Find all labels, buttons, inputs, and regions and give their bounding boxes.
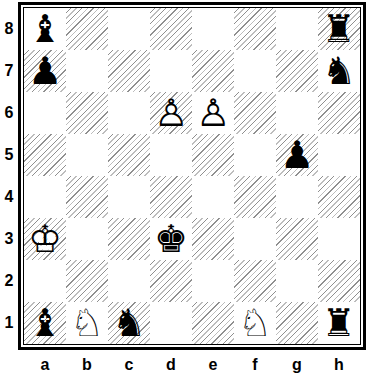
- rank-label-3: 3: [0, 218, 18, 260]
- square-g4[interactable]: [276, 176, 318, 218]
- square-d8[interactable]: [150, 8, 192, 50]
- square-d7[interactable]: [150, 50, 192, 92]
- square-c5[interactable]: [108, 134, 150, 176]
- file-label-d: d: [150, 356, 192, 374]
- square-e5[interactable]: [192, 134, 234, 176]
- square-h7[interactable]: ♞: [318, 50, 360, 92]
- piece-glyph: ♔: [24, 218, 66, 260]
- square-a4[interactable]: [24, 176, 66, 218]
- square-g6[interactable]: [276, 92, 318, 134]
- square-f8[interactable]: [234, 8, 276, 50]
- square-a2[interactable]: [24, 260, 66, 302]
- square-h8[interactable]: ♜: [318, 8, 360, 50]
- rank-label-2: 2: [0, 260, 18, 302]
- piece-white-pawn-e6[interactable]: ♟♙: [192, 92, 234, 134]
- square-e1[interactable]: [192, 302, 234, 344]
- square-e4[interactable]: [192, 176, 234, 218]
- square-b8[interactable]: [66, 8, 108, 50]
- square-d3[interactable]: ♚: [150, 218, 192, 260]
- square-f6[interactable]: [234, 92, 276, 134]
- file-label-a: a: [24, 356, 66, 374]
- square-h5[interactable]: [318, 134, 360, 176]
- square-h1[interactable]: ♜: [318, 302, 360, 344]
- file-label-f: f: [234, 356, 276, 374]
- piece-black-bishop-a1[interactable]: ♝: [24, 302, 66, 344]
- piece-black-knight-c1[interactable]: ♞: [108, 302, 150, 344]
- file-label-g: g: [276, 356, 318, 374]
- piece-black-king-d3[interactable]: ♚: [150, 218, 192, 260]
- piece-glyph: ♞: [108, 302, 150, 344]
- square-a1[interactable]: ♝: [24, 302, 66, 344]
- square-d4[interactable]: [150, 176, 192, 218]
- square-g2[interactable]: [276, 260, 318, 302]
- square-f3[interactable]: [234, 218, 276, 260]
- board-frame: ♝♜♟♞♟♙♟♙♟♚♔♚♝♞♘♞♞♘♜: [18, 2, 366, 350]
- square-a6[interactable]: [24, 92, 66, 134]
- rank-labels: 8 7 6 5 4 3 2 1: [0, 8, 18, 344]
- square-c7[interactable]: [108, 50, 150, 92]
- piece-glyph: ♝: [24, 8, 66, 50]
- square-a7[interactable]: ♟: [24, 50, 66, 92]
- square-c3[interactable]: [108, 218, 150, 260]
- square-h4[interactable]: [318, 176, 360, 218]
- piece-glyph: ♘: [66, 302, 108, 344]
- chess-board: ♝♜♟♞♟♙♟♙♟♚♔♚♝♞♘♞♞♘♜: [23, 7, 361, 345]
- square-h6[interactable]: [318, 92, 360, 134]
- piece-glyph: ♘: [234, 302, 276, 344]
- square-b5[interactable]: [66, 134, 108, 176]
- piece-white-knight-f1[interactable]: ♞♘: [234, 302, 276, 344]
- square-f4[interactable]: [234, 176, 276, 218]
- square-c2[interactable]: [108, 260, 150, 302]
- square-f1[interactable]: ♞♘: [234, 302, 276, 344]
- square-b2[interactable]: [66, 260, 108, 302]
- rank-label-5: 5: [0, 134, 18, 176]
- square-h3[interactable]: [318, 218, 360, 260]
- square-c1[interactable]: ♞: [108, 302, 150, 344]
- piece-glyph: ♜: [318, 302, 360, 344]
- square-a5[interactable]: [24, 134, 66, 176]
- square-g3[interactable]: [276, 218, 318, 260]
- square-b6[interactable]: [66, 92, 108, 134]
- piece-white-knight-b1[interactable]: ♞♘: [66, 302, 108, 344]
- square-a8[interactable]: ♝: [24, 8, 66, 50]
- square-e3[interactable]: [192, 218, 234, 260]
- piece-glyph: ♚: [150, 218, 192, 260]
- square-f2[interactable]: [234, 260, 276, 302]
- square-b3[interactable]: [66, 218, 108, 260]
- square-e8[interactable]: [192, 8, 234, 50]
- square-e6[interactable]: ♟♙: [192, 92, 234, 134]
- square-e2[interactable]: [192, 260, 234, 302]
- square-g8[interactable]: [276, 8, 318, 50]
- rank-label-6: 6: [0, 92, 18, 134]
- rank-label-8: 8: [0, 8, 18, 50]
- square-d6[interactable]: ♟♙: [150, 92, 192, 134]
- piece-glyph: ♝: [24, 302, 66, 344]
- square-d5[interactable]: [150, 134, 192, 176]
- square-h2[interactable]: [318, 260, 360, 302]
- file-label-e: e: [192, 356, 234, 374]
- piece-glyph: ♟: [276, 134, 318, 176]
- square-d1[interactable]: [150, 302, 192, 344]
- file-label-c: c: [108, 356, 150, 374]
- file-labels: a b c d e f g h: [24, 356, 360, 374]
- square-b1[interactable]: ♞♘: [66, 302, 108, 344]
- file-label-b: b: [66, 356, 108, 374]
- piece-glyph: ♜: [318, 8, 360, 50]
- piece-glyph: ♙: [150, 92, 192, 134]
- square-c4[interactable]: [108, 176, 150, 218]
- piece-white-king-a3[interactable]: ♚♔: [24, 218, 66, 260]
- square-e7[interactable]: [192, 50, 234, 92]
- square-a3[interactable]: ♚♔: [24, 218, 66, 260]
- piece-glyph: ♙: [192, 92, 234, 134]
- square-f5[interactable]: [234, 134, 276, 176]
- piece-black-bishop-a8[interactable]: ♝: [24, 8, 66, 50]
- square-d2[interactable]: [150, 260, 192, 302]
- piece-black-knight-h7[interactable]: ♞: [318, 50, 360, 92]
- square-f7[interactable]: [234, 50, 276, 92]
- square-g7[interactable]: [276, 50, 318, 92]
- square-b4[interactable]: [66, 176, 108, 218]
- piece-black-rook-h8[interactable]: ♜: [318, 8, 360, 50]
- piece-white-pawn-d6[interactable]: ♟♙: [150, 92, 192, 134]
- square-g5[interactable]: ♟: [276, 134, 318, 176]
- square-b7[interactable]: [66, 50, 108, 92]
- piece-black-pawn-g5[interactable]: ♟: [276, 134, 318, 176]
- piece-glyph: ♟: [24, 50, 66, 92]
- rank-label-1: 1: [0, 302, 18, 344]
- chess-diagram: 8 7 6 5 4 3 2 1 ♝♜♟♞♟♙♟♙♟♚♔♚♝♞♘♞♞♘♜ a b …: [0, 0, 385, 390]
- square-c6[interactable]: [108, 92, 150, 134]
- piece-black-pawn-a7[interactable]: ♟: [24, 50, 66, 92]
- square-g1[interactable]: [276, 302, 318, 344]
- piece-glyph: ♞: [318, 50, 360, 92]
- piece-black-rook-h1[interactable]: ♜: [318, 302, 360, 344]
- rank-label-4: 4: [0, 176, 18, 218]
- file-label-h: h: [318, 356, 360, 374]
- square-c8[interactable]: [108, 8, 150, 50]
- rank-label-7: 7: [0, 50, 18, 92]
